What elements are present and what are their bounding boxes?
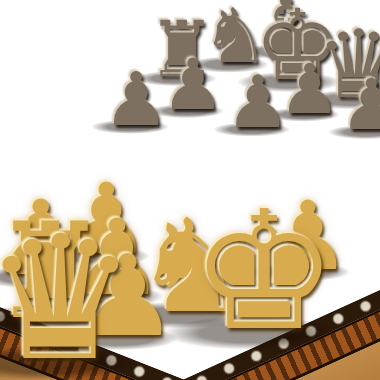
piece-black-pawn-d7: ♟ xyxy=(161,50,224,120)
white-queen-glyph: ♛ xyxy=(0,214,137,380)
piece-black-pawn-e6: ♟ xyxy=(226,66,291,138)
piece-white-queen-a2: ♛ xyxy=(0,214,137,380)
black-pawn-glyph: ♟ xyxy=(226,66,291,138)
pieces-layer: ♝♞♜♚♛♟♟♟♟♟♟♟♟♟♟♞♜♚♟♛ xyxy=(0,0,380,380)
piece-white-king-d1: ♚ xyxy=(191,190,338,354)
black-pawn-glyph: ♟ xyxy=(161,50,224,120)
black-pawn-glyph: ♟ xyxy=(340,71,380,141)
piece-black-pawn-c7: ♟ xyxy=(103,62,169,136)
black-pawn-glyph: ♟ xyxy=(103,62,169,136)
piece-black-pawn-g5: ♟ xyxy=(340,71,380,141)
chess-set-photo-scene: ♝♞♜♚♛♟♟♟♟♟♟♟♟♟♟♞♜♚♟♛ xyxy=(0,0,380,380)
white-king-glyph: ♚ xyxy=(191,190,338,354)
